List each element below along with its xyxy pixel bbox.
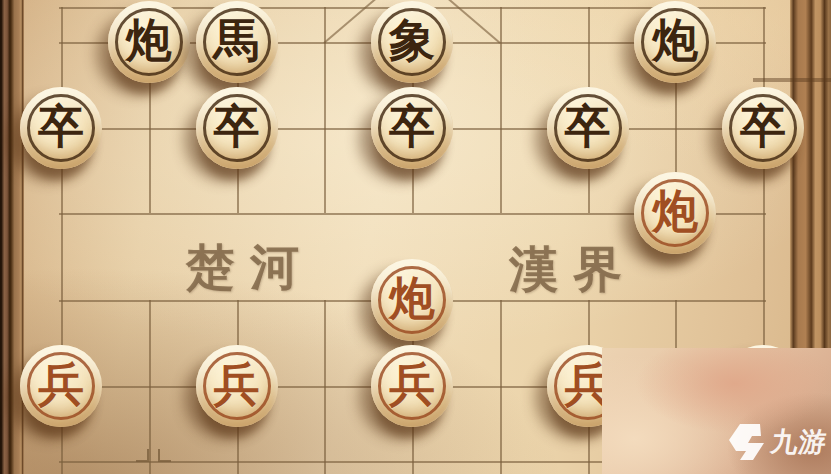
piece-glyph: 卒 bbox=[565, 104, 611, 150]
piece-glyph: 卒 bbox=[214, 104, 260, 150]
river-label-right: 漢界 bbox=[509, 237, 637, 303]
file-line bbox=[149, 300, 151, 474]
piece-glyph: 炮 bbox=[389, 276, 435, 322]
file-line bbox=[500, 300, 502, 474]
board-frame-left bbox=[0, 0, 24, 474]
watermark: 九游 bbox=[726, 423, 827, 461]
red-piece-兵-file0-rank6[interactable]: 兵 bbox=[20, 345, 102, 427]
red-piece-兵-file2-rank6[interactable]: 兵 bbox=[196, 345, 278, 427]
black-piece-卒-file2-rank3[interactable]: 卒 bbox=[196, 87, 278, 169]
red-piece-兵-file4-rank6[interactable]: 兵 bbox=[371, 345, 453, 427]
file-line bbox=[61, 213, 63, 300]
cannon-point-mark bbox=[158, 449, 171, 462]
piece-glyph: 卒 bbox=[389, 104, 435, 150]
piece-glyph: 炮 bbox=[652, 189, 698, 235]
red-piece-炮-file7-rank4[interactable]: 炮 bbox=[634, 172, 716, 254]
piece-glyph: 兵 bbox=[214, 362, 260, 408]
black-piece-象-file4-rank2[interactable]: 象 bbox=[371, 1, 453, 83]
piece-glyph: 卒 bbox=[740, 104, 786, 150]
black-piece-炮-file1-rank2[interactable]: 炮 bbox=[108, 1, 190, 83]
black-piece-馬-file2-rank2[interactable]: 馬 bbox=[196, 1, 278, 83]
xiangqi-board[interactable]: 楚河 漢界 炮馬象炮卒卒卒卒卒炮炮兵兵兵兵兵 九游 bbox=[0, 0, 831, 474]
red-piece-炮-file4-rank5[interactable]: 炮 bbox=[371, 259, 453, 341]
jiuyou-g-logo-icon bbox=[726, 423, 768, 461]
file-line bbox=[763, 213, 765, 300]
piece-glyph: 兵 bbox=[389, 362, 435, 408]
piece-glyph: 炮 bbox=[126, 18, 172, 64]
piece-glyph: 兵 bbox=[38, 362, 84, 408]
file-line bbox=[324, 7, 326, 213]
piece-glyph: 馬 bbox=[214, 18, 260, 64]
file-line bbox=[500, 7, 502, 213]
black-piece-卒-file0-rank3[interactable]: 卒 bbox=[20, 87, 102, 169]
black-piece-卒-file4-rank3[interactable]: 卒 bbox=[371, 87, 453, 169]
black-piece-卒-file6-rank3[interactable]: 卒 bbox=[547, 87, 629, 169]
frame-seam bbox=[753, 78, 831, 82]
piece-glyph: 炮 bbox=[652, 18, 698, 64]
black-piece-卒-file8-rank3[interactable]: 卒 bbox=[722, 87, 804, 169]
cannon-point-mark bbox=[136, 449, 149, 462]
river-label-left: 楚河 bbox=[186, 235, 314, 301]
piece-glyph: 卒 bbox=[38, 104, 84, 150]
watermark-text: 九游 bbox=[768, 424, 829, 460]
black-piece-炮-file7-rank2[interactable]: 炮 bbox=[634, 1, 716, 83]
file-line bbox=[324, 300, 326, 474]
piece-glyph: 象 bbox=[389, 18, 435, 64]
